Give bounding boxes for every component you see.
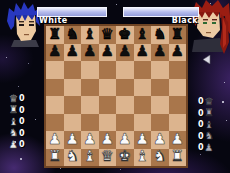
- square-d8[interactable]: ♛: [99, 26, 117, 44]
- piece-white-bishop[interactable]: ♝: [83, 149, 96, 165]
- square-c2[interactable]: ♟: [81, 131, 99, 149]
- piece-black-pawn[interactable]: ♟: [66, 44, 79, 60]
- square-c4[interactable]: [81, 96, 99, 114]
- white-player-avatar: [7, 2, 41, 47]
- square-d3[interactable]: [99, 114, 117, 132]
- square-f6[interactable]: [134, 61, 152, 79]
- captured-count-white-knight: 0: [19, 129, 25, 138]
- piece-white-pawn[interactable]: ♟: [136, 132, 149, 148]
- square-f1[interactable]: ♝: [134, 149, 152, 167]
- square-h5[interactable]: [169, 79, 187, 97]
- black-queen-icon: ♛: [205, 97, 214, 107]
- square-a8[interactable]: ♜: [46, 26, 64, 44]
- board-grid: ♜♞♝♛♚♝♞♜♟♟♟♟♟♟♟♟♟♟♟♟♟♟♟♟♜♞♝♛♚♝♞♜: [46, 26, 186, 166]
- square-a6[interactable]: [46, 61, 64, 79]
- square-d7[interactable]: ♟: [99, 44, 117, 62]
- square-b1[interactable]: ♞: [64, 149, 82, 167]
- square-b2[interactable]: ♟: [64, 131, 82, 149]
- square-f8[interactable]: ♝: [134, 26, 152, 44]
- black-rook-icon: ♜: [205, 108, 214, 118]
- captured-count-black-queen: 0: [198, 97, 204, 106]
- piece-white-rook[interactable]: ♜: [48, 149, 61, 165]
- square-b6[interactable]: [64, 61, 82, 79]
- captured-count-black-bishop: 0: [198, 120, 204, 129]
- white-pawn-icon: ♟: [9, 140, 18, 150]
- piece-black-knight[interactable]: ♞: [66, 27, 79, 43]
- captured-count-white-queen: 0: [19, 94, 25, 103]
- square-e3[interactable]: [116, 114, 134, 132]
- square-c5[interactable]: [81, 79, 99, 97]
- piece-white-queen[interactable]: ♛: [101, 149, 114, 165]
- piece-white-king[interactable]: ♚: [118, 149, 131, 165]
- captured-row-black-pawn: 0♟: [198, 142, 214, 154]
- square-b3[interactable]: [64, 114, 82, 132]
- square-g2[interactable]: ♟: [151, 131, 169, 149]
- square-c8[interactable]: ♝: [81, 26, 99, 44]
- starfield-bright-dots: [0, 0, 2, 2]
- captured-count-black-pawn: 0: [198, 143, 204, 152]
- piece-black-bishop[interactable]: ♝: [83, 27, 96, 43]
- square-h7[interactable]: ♟: [169, 44, 187, 62]
- captured-count-white-pawn: 0: [19, 140, 25, 149]
- piece-white-pawn[interactable]: ♟: [171, 132, 184, 148]
- square-b5[interactable]: [64, 79, 82, 97]
- piece-black-pawn[interactable]: ♟: [48, 44, 61, 60]
- square-e7[interactable]: ♟: [116, 44, 134, 62]
- piece-white-pawn[interactable]: ♟: [48, 132, 61, 148]
- square-g7[interactable]: ♟: [151, 44, 169, 62]
- square-d6[interactable]: [99, 61, 117, 79]
- captured-row-white-bishop: ♝0: [9, 116, 25, 128]
- mouse-pointer-icon: [203, 55, 211, 64]
- square-e5[interactable]: [116, 79, 134, 97]
- piece-white-bishop[interactable]: ♝: [136, 149, 149, 165]
- square-g3[interactable]: [151, 114, 169, 132]
- square-d4[interactable]: [99, 96, 117, 114]
- square-d1[interactable]: ♛: [99, 149, 117, 167]
- piece-black-pawn[interactable]: ♟: [83, 44, 96, 60]
- piece-black-pawn[interactable]: ♟: [136, 44, 149, 60]
- square-a7[interactable]: ♟: [46, 44, 64, 62]
- square-f4[interactable]: [134, 96, 152, 114]
- white-queen-icon: ♛: [9, 94, 18, 104]
- square-c6[interactable]: [81, 61, 99, 79]
- black-knight-icon: ♞: [205, 131, 214, 141]
- square-a4[interactable]: [46, 96, 64, 114]
- white-knight-icon: ♞: [9, 128, 18, 138]
- captured-count-white-rook: 0: [19, 106, 25, 115]
- piece-white-pawn[interactable]: ♟: [101, 132, 114, 148]
- captured-black-tray: 0♛0♜0♝0♞0♟: [198, 96, 214, 154]
- captured-row-white-queen: ♛0: [9, 93, 25, 105]
- captured-row-black-queen: 0♛: [198, 96, 214, 108]
- piece-white-rook[interactable]: ♜: [171, 149, 184, 165]
- square-e4[interactable]: [116, 96, 134, 114]
- square-e6[interactable]: [116, 61, 134, 79]
- square-e2[interactable]: ♟: [116, 131, 134, 149]
- square-b7[interactable]: ♟: [64, 44, 82, 62]
- square-c1[interactable]: ♝: [81, 149, 99, 167]
- square-c7[interactable]: ♟: [81, 44, 99, 62]
- black-pawn-icon: ♟: [205, 143, 214, 153]
- square-b8[interactable]: ♞: [64, 26, 82, 44]
- white-rook-icon: ♜: [9, 105, 18, 115]
- piece-black-pawn[interactable]: ♟: [101, 44, 114, 60]
- piece-white-pawn[interactable]: ♟: [153, 132, 166, 148]
- white-bishop-icon: ♝: [9, 117, 18, 127]
- piece-black-pawn[interactable]: ♟: [118, 44, 131, 60]
- captured-row-black-bishop: 0♝: [198, 119, 214, 131]
- square-g5[interactable]: [151, 79, 169, 97]
- square-f2[interactable]: ♟: [134, 131, 152, 149]
- square-a2[interactable]: ♟: [46, 131, 64, 149]
- captured-row-white-rook: ♜0: [9, 105, 25, 117]
- piece-black-pawn[interactable]: ♟: [171, 44, 184, 60]
- square-a1[interactable]: ♜: [46, 149, 64, 167]
- piece-black-knight[interactable]: ♞: [153, 27, 166, 43]
- square-e8[interactable]: ♚: [116, 26, 134, 44]
- captured-white-tray: ♛0♜0♝0♞0♟0: [9, 93, 25, 151]
- captured-row-black-rook: 0♜: [198, 108, 214, 120]
- piece-white-pawn[interactable]: ♟: [66, 132, 79, 148]
- square-h1[interactable]: ♜: [169, 149, 187, 167]
- black-bishop-icon: ♝: [205, 120, 214, 130]
- captured-row-white-knight: ♞0: [9, 128, 25, 140]
- square-g1[interactable]: ♞: [151, 149, 169, 167]
- captured-row-black-knight: 0♞: [198, 131, 214, 143]
- square-c3[interactable]: [81, 114, 99, 132]
- piece-white-pawn[interactable]: ♟: [118, 132, 131, 148]
- square-f5[interactable]: [134, 79, 152, 97]
- square-f7[interactable]: ♟: [134, 44, 152, 62]
- piece-black-rook[interactable]: ♜: [171, 27, 184, 43]
- piece-white-knight[interactable]: ♞: [66, 149, 79, 165]
- captured-row-white-pawn: ♟0: [9, 139, 25, 151]
- chess-game-scene: White Black ♜♞♝♛♚♝♞♜♟♟♟♟♟♟♟♟♟♟♟♟♟♟♟♟♜♞♝♛…: [0, 0, 230, 173]
- square-h6[interactable]: [169, 61, 187, 79]
- piece-black-bishop[interactable]: ♝: [136, 27, 149, 43]
- piece-white-knight[interactable]: ♞: [153, 149, 166, 165]
- piece-white-pawn[interactable]: ♟: [83, 132, 96, 148]
- captured-count-black-knight: 0: [198, 132, 204, 141]
- square-g4[interactable]: [151, 96, 169, 114]
- piece-black-pawn[interactable]: ♟: [153, 44, 166, 60]
- piece-black-king[interactable]: ♚: [118, 27, 131, 43]
- square-h3[interactable]: [169, 114, 187, 132]
- square-g6[interactable]: [151, 61, 169, 79]
- captured-count-white-bishop: 0: [19, 117, 25, 126]
- square-f3[interactable]: [134, 114, 152, 132]
- square-h8[interactable]: ♜: [169, 26, 187, 44]
- square-g8[interactable]: ♞: [151, 26, 169, 44]
- square-d5[interactable]: [99, 79, 117, 97]
- square-a5[interactable]: [46, 79, 64, 97]
- piece-black-rook[interactable]: ♜: [48, 27, 61, 43]
- captured-count-black-rook: 0: [198, 109, 204, 118]
- square-d2[interactable]: ♟: [99, 131, 117, 149]
- square-b4[interactable]: [64, 96, 82, 114]
- square-h2[interactable]: ♟: [169, 131, 187, 149]
- square-h4[interactable]: [169, 96, 187, 114]
- square-e1[interactable]: ♚: [116, 149, 134, 167]
- piece-black-queen[interactable]: ♛: [101, 27, 114, 43]
- chess-board[interactable]: ♜♞♝♛♚♝♞♜♟♟♟♟♟♟♟♟♟♟♟♟♟♟♟♟♜♞♝♛♚♝♞♜: [44, 24, 188, 168]
- square-a3[interactable]: [46, 114, 64, 132]
